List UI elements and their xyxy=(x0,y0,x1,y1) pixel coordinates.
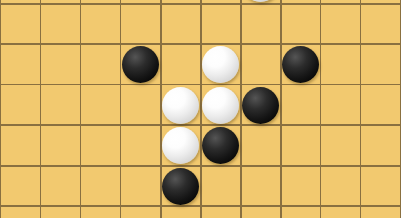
gomoku-app xyxy=(0,0,401,218)
board-stones xyxy=(0,0,401,218)
white-stone xyxy=(162,87,199,124)
black-stone xyxy=(282,46,319,83)
white-stone xyxy=(202,87,239,124)
white-stone xyxy=(242,0,279,2)
black-stone xyxy=(122,46,159,83)
white-stone xyxy=(202,46,239,83)
black-stone xyxy=(162,168,199,205)
black-stone xyxy=(242,87,279,124)
white-stone xyxy=(162,127,199,164)
game-board[interactable] xyxy=(0,0,401,218)
black-stone xyxy=(202,127,239,164)
